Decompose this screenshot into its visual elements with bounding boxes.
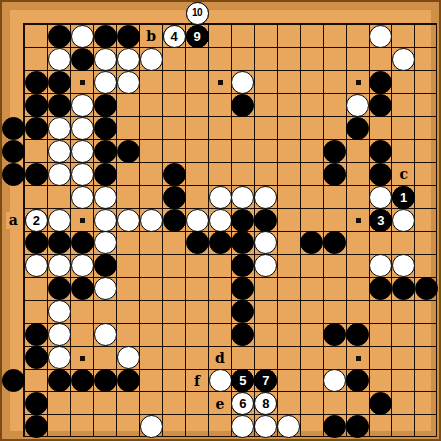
stone-white: [209, 186, 232, 209]
stone-black: [25, 163, 48, 186]
stone-white: [140, 209, 163, 232]
stone-white: [48, 254, 71, 277]
stone-black: [2, 369, 25, 392]
stone-black: [48, 94, 71, 117]
stone-white: [392, 48, 415, 71]
stone-white: [94, 323, 117, 346]
move-stone-4: 4: [163, 25, 186, 48]
hoshi-point: [80, 80, 85, 85]
stone-black: [163, 209, 186, 232]
stone-white: [94, 48, 117, 71]
point-label-c: c: [396, 166, 411, 183]
stone-black: [94, 254, 117, 277]
stone-black: [25, 71, 48, 94]
move-stone-10: 10: [186, 2, 209, 25]
stone-white: [71, 254, 94, 277]
stone-black: [25, 392, 48, 415]
stone-black: [48, 277, 71, 300]
stone-black: [186, 231, 209, 254]
stone-white: [117, 71, 140, 94]
stone-white: [94, 71, 117, 94]
stone-black: [369, 163, 392, 186]
hoshi-point: [356, 356, 361, 361]
stone-white: [71, 117, 94, 140]
stone-white: [48, 163, 71, 186]
hoshi-point: [218, 80, 223, 85]
move-stone-1: 1: [392, 186, 415, 209]
stone-white: [48, 117, 71, 140]
stone-black: [71, 277, 94, 300]
stone-black: [117, 369, 140, 392]
stone-black: [369, 71, 392, 94]
stone-white: [71, 94, 94, 117]
hoshi-point: [80, 356, 85, 361]
stone-black: [25, 94, 48, 117]
stone-white: [186, 209, 209, 232]
go-diagram: 12345678910abcdef: [0, 0, 441, 441]
stone-white: [94, 209, 117, 232]
stone-black: [94, 117, 117, 140]
stone-white: [369, 186, 392, 209]
stone-black: [117, 140, 140, 163]
stone-black: [25, 323, 48, 346]
stone-black: [323, 140, 346, 163]
stone-black: [2, 140, 25, 163]
stone-white: [71, 163, 94, 186]
stone-white: [254, 186, 277, 209]
stone-white: [209, 209, 232, 232]
stone-black: [48, 369, 71, 392]
stone-white: [117, 48, 140, 71]
stone-white: [140, 48, 163, 71]
stone-black: [25, 117, 48, 140]
point-label-e: e: [213, 395, 228, 412]
hoshi-point: [356, 80, 361, 85]
stone-black: [254, 209, 277, 232]
point-label-d: d: [213, 349, 228, 366]
stone-white: [117, 209, 140, 232]
stone-black: [94, 140, 117, 163]
move-stone-9: 9: [186, 25, 209, 48]
stone-black: [209, 231, 232, 254]
stone-black: [2, 117, 25, 140]
stone-black: [231, 94, 254, 117]
hoshi-point: [80, 218, 85, 223]
stone-white: [392, 209, 415, 232]
stone-white: [369, 25, 392, 48]
stone-black: [48, 71, 71, 94]
stone-black: [71, 369, 94, 392]
stone-black: [94, 369, 117, 392]
move-stone-2: 2: [25, 209, 48, 232]
stone-black: [94, 163, 117, 186]
stone-black: [25, 415, 48, 438]
stone-black: [25, 346, 48, 369]
stone-white: [48, 300, 71, 323]
point-label-a: a: [6, 212, 21, 229]
stone-black: [346, 117, 369, 140]
stone-white: [346, 94, 369, 117]
stone-white: [71, 25, 94, 48]
stone-black: [48, 25, 71, 48]
stone-black: [163, 186, 186, 209]
stone-white: [117, 346, 140, 369]
stone-black: [2, 163, 25, 186]
stone-white: [231, 186, 254, 209]
stone-white: [48, 346, 71, 369]
stone-white: [71, 140, 94, 163]
stone-black: [117, 25, 140, 48]
stone-black: [369, 94, 392, 117]
stone-white: [209, 369, 232, 392]
stone-black: [94, 25, 117, 48]
point-label-f: f: [190, 372, 205, 389]
stone-black: [231, 209, 254, 232]
stone-black: [369, 140, 392, 163]
stone-white: [48, 323, 71, 346]
stone-white: [94, 231, 117, 254]
point-label-b: b: [144, 28, 159, 45]
stone-white: [94, 186, 117, 209]
stone-black: [323, 163, 346, 186]
stone-white: [71, 186, 94, 209]
stone-white: [140, 415, 163, 438]
hoshi-point: [356, 218, 361, 223]
stone-white: [48, 48, 71, 71]
stone-white: [94, 277, 117, 300]
stone-black: [163, 163, 186, 186]
stone-white: [48, 140, 71, 163]
stone-black: [94, 94, 117, 117]
move-stone-3: 3: [369, 209, 392, 232]
stone-black: [71, 48, 94, 71]
stone-white: [48, 209, 71, 232]
